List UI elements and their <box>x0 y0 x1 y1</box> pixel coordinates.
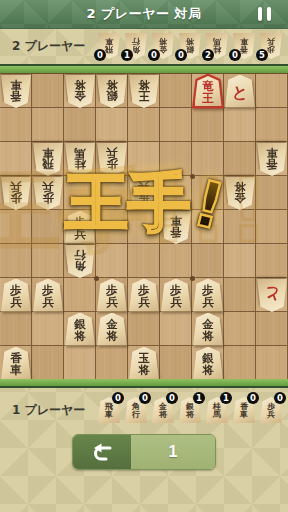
piece-kanji: 角 <box>132 45 140 54</box>
piece-kanji: 車 <box>42 146 54 158</box>
piece-tile: 歩兵 <box>161 279 191 312</box>
piece-tile: 香車 <box>1 75 31 108</box>
piece-kanji: 将 <box>202 365 214 377</box>
piece-kanji: 車 <box>10 78 22 90</box>
board-cell[interactable] <box>96 176 128 210</box>
piece-tile: 玉将 <box>129 347 159 380</box>
player2-hand-tiles: 飛車0角行1金将0銀将0桂馬2香車0歩兵5 <box>98 33 282 59</box>
piece-kanji: 兵 <box>267 37 275 46</box>
board-cell[interactable] <box>128 108 160 142</box>
piece-7a[interactable]: 金将 <box>65 75 95 108</box>
piece-tile: 歩兵 <box>33 177 63 210</box>
piece-3h[interactable]: 金将 <box>193 313 223 346</box>
piece-kanji: 兵 <box>106 297 118 309</box>
piece-tile: 歩兵 <box>1 177 31 210</box>
piece-kanji: 将 <box>74 331 86 343</box>
piece-tile: 金将 <box>225 177 255 210</box>
piece-kanji: 兵 <box>170 297 182 309</box>
piece-kanji: 馬 <box>74 146 86 158</box>
hand-count-badge: 0 <box>175 49 187 61</box>
board-cell[interactable] <box>64 278 96 312</box>
piece-5i[interactable]: 玉将 <box>129 347 159 380</box>
board-cell[interactable] <box>32 346 64 379</box>
board-cell[interactable] <box>192 142 224 176</box>
piece-kanji: 兵 <box>10 297 22 309</box>
piece-kanji: 兵 <box>10 180 22 192</box>
board-frame-top <box>0 64 288 73</box>
undo-icon <box>91 443 113 461</box>
hand-count-badge: 0 <box>247 392 259 404</box>
piece-kanji: 車 <box>240 37 248 46</box>
piece-tile: 歩兵 <box>1 279 31 312</box>
piece-kanji: 将 <box>138 78 150 90</box>
header-bar: 2 プレーヤー 対局 <box>0 0 288 29</box>
piece-tile: 歩兵 <box>129 279 159 312</box>
piece-tile: 香車 <box>161 211 191 244</box>
board-cell[interactable] <box>96 108 128 142</box>
hand-slot-bottom[interactable]: 角行0 <box>125 397 147 423</box>
piece-kanji: 飛 <box>105 45 113 54</box>
hand-slot-top[interactable]: 香車0 <box>233 33 255 59</box>
piece-8g[interactable]: 歩兵 <box>33 279 63 312</box>
piece-tile: 王将 <box>129 75 159 108</box>
board-cell[interactable] <box>224 210 256 244</box>
hand-slot-top[interactable]: 歩兵5 <box>260 33 282 59</box>
board-cell[interactable] <box>192 244 224 278</box>
hand-slot-bottom[interactable]: 香車0 <box>233 397 255 423</box>
hand-count-badge: 0 <box>166 392 178 404</box>
piece-tile: と <box>257 279 287 312</box>
piece-kanji: 兵 <box>42 297 54 309</box>
piece-5d[interactable]: 歩兵 <box>129 177 159 210</box>
player1-hand-tiles: 飛車0角行0金将0銀将1桂馬1香車0歩兵0 <box>98 397 282 423</box>
piece-9g[interactable]: 歩兵 <box>1 279 31 312</box>
piece-kanji: 将 <box>186 37 194 46</box>
board-cell[interactable] <box>128 244 160 278</box>
board-cell[interactable] <box>0 142 32 176</box>
piece-kanji: 車 <box>266 146 278 158</box>
piece-tile: と <box>225 75 255 108</box>
hand-slot-top[interactable]: 桂馬2 <box>206 33 228 59</box>
piece-kanji: 車 <box>240 411 248 420</box>
piece-6h[interactable]: 金将 <box>97 313 127 346</box>
piece-kanji: 車 <box>170 214 182 226</box>
piece-kanji: 将 <box>106 78 118 90</box>
board-cell[interactable] <box>160 108 192 142</box>
piece-kanji: と <box>232 85 248 101</box>
board-cell[interactable] <box>64 108 96 142</box>
piece-kanji: 将 <box>159 411 167 420</box>
piece-kanji: 将 <box>138 365 150 377</box>
board-cell[interactable] <box>32 210 64 244</box>
piece-5g[interactable]: 歩兵 <box>129 279 159 312</box>
piece-kanji: 行 <box>132 411 140 420</box>
piece-kanji: 兵 <box>106 146 118 158</box>
piece-kanji: 車 <box>105 411 113 420</box>
board-cell[interactable] <box>160 346 192 379</box>
piece-kanji: 将 <box>202 331 214 343</box>
hand-count-badge: 0 <box>229 49 241 61</box>
board-cell[interactable] <box>32 74 64 108</box>
piece-7h[interactable]: 銀将 <box>65 313 95 346</box>
hand-slot-top[interactable]: 角行1 <box>125 33 147 59</box>
piece-kanji: 歩 <box>267 45 275 54</box>
piece-3g[interactable]: 歩兵 <box>193 279 223 312</box>
hoshi-dot <box>190 174 195 179</box>
hand-slot-bottom[interactable]: 金将0 <box>152 397 174 423</box>
piece-1c[interactable]: 香車 <box>257 143 287 176</box>
board-cell[interactable] <box>64 176 96 210</box>
piece-7e[interactable]: 歩兵 <box>65 211 95 244</box>
piece-kanji: 将 <box>159 37 167 46</box>
piece-tile: 歩兵 <box>193 279 223 312</box>
piece-kanji: 馬 <box>213 411 221 420</box>
pause-button[interactable] <box>252 5 276 23</box>
board-cell[interactable] <box>128 312 160 346</box>
undo-count: 1 <box>131 435 215 469</box>
app-screen: 2 プレーヤー 対局 2 プレーヤー 飛車0角行1金将0銀将0桂馬2香車0歩兵5… <box>0 0 288 512</box>
piece-4g[interactable]: 歩兵 <box>161 279 191 312</box>
piece-kanji: 馬 <box>213 37 221 46</box>
piece-kanji: 銀 <box>186 45 194 54</box>
hand-count-badge: 0 <box>274 392 286 404</box>
board-cell[interactable] <box>0 312 32 346</box>
piece-tile: 銀将 <box>65 313 95 346</box>
undo-button[interactable]: 1 <box>72 434 216 470</box>
piece-6a[interactable]: 銀将 <box>97 75 127 108</box>
player1-label: 1 プレーヤー <box>12 402 85 419</box>
piece-kanji: 王 <box>202 93 214 105</box>
board-cell[interactable] <box>256 244 288 278</box>
piece-6g[interactable]: 歩兵 <box>97 279 127 312</box>
hand-count-badge: 1 <box>220 392 232 404</box>
piece-kanji: 車 <box>10 365 22 377</box>
board-cell[interactable] <box>160 176 192 210</box>
hand-count-badge: 2 <box>202 49 214 61</box>
board-cell[interactable] <box>224 142 256 176</box>
board-cell[interactable] <box>256 210 288 244</box>
piece-8d[interactable]: 歩兵 <box>33 177 63 210</box>
board-cell[interactable] <box>256 176 288 210</box>
hand-slot-bottom[interactable]: 桂馬1 <box>206 397 228 423</box>
piece-tile: 銀将 <box>193 347 223 380</box>
board-cell[interactable] <box>160 142 192 176</box>
hand-count-badge: 0 <box>94 49 106 61</box>
piece-kanji: 兵 <box>138 180 150 192</box>
piece-kanji: 香 <box>240 45 248 54</box>
piece-kanji: 将 <box>106 331 118 343</box>
piece-2a[interactable]: と <box>225 75 255 108</box>
piece-8c[interactable]: 飛車 <box>33 143 63 176</box>
piece-kanji: 金 <box>159 45 167 54</box>
piece-1g[interactable]: と <box>257 279 287 312</box>
piece-5a[interactable]: 王将 <box>129 75 159 108</box>
hand-count-badge: 5 <box>256 49 268 61</box>
piece-7c[interactable]: 桂馬 <box>65 143 95 176</box>
board-cell[interactable] <box>192 176 224 210</box>
piece-tile: 歩兵 <box>33 279 63 312</box>
piece-tile: 歩兵 <box>65 211 95 244</box>
page-title: 2 プレーヤー 対局 <box>86 5 201 23</box>
board-cell[interactable] <box>96 244 128 278</box>
undo-icon-segment <box>73 435 131 469</box>
board-cell[interactable] <box>224 346 256 379</box>
hand-slot-bottom[interactable]: 銀将1 <box>179 397 201 423</box>
board-frame-bottom <box>0 379 288 388</box>
player1-hand-row: 1 プレーヤー 飛車0角行0金将0銀将1桂馬1香車0歩兵0 <box>0 388 288 432</box>
piece-kanji: 兵 <box>267 411 275 420</box>
piece-tile: 銀将 <box>97 75 127 108</box>
board-cell[interactable] <box>128 210 160 244</box>
piece-tile: 角行 <box>65 245 95 278</box>
piece-kanji: 車 <box>105 37 113 46</box>
board-cell[interactable] <box>256 74 288 108</box>
piece-tile: 歩兵 <box>97 143 127 176</box>
piece-9i[interactable]: 香車 <box>1 347 31 380</box>
shogi-board: 王手!!! 王手! 香車金将銀将王将竜王と飛車桂馬歩兵香車歩兵歩兵歩兵金将歩兵香… <box>0 73 288 379</box>
hand-count-badge: 0 <box>139 392 151 404</box>
board-cell[interactable] <box>224 278 256 312</box>
piece-4e[interactable]: 香車 <box>161 211 191 244</box>
board-cell[interactable] <box>64 346 96 379</box>
board-cell[interactable] <box>192 210 224 244</box>
piece-7f[interactable]: 角行 <box>65 245 95 278</box>
piece-tile: 桂馬 <box>65 143 95 176</box>
board-cell[interactable] <box>256 108 288 142</box>
piece-tile: 金将 <box>97 313 127 346</box>
piece-9d[interactable]: 歩兵 <box>1 177 31 210</box>
piece-kanji: 桂 <box>213 45 221 54</box>
piece-tile: 金将 <box>193 313 223 346</box>
piece-kanji: 将 <box>234 180 246 192</box>
piece-9a[interactable]: 香車 <box>1 75 31 108</box>
piece-tile: 歩兵 <box>129 177 159 210</box>
player2-label: 2 プレーヤー <box>12 38 85 55</box>
board-cell[interactable] <box>256 312 288 346</box>
piece-2d[interactable]: 金将 <box>225 177 255 210</box>
piece-kanji: と <box>264 286 280 302</box>
board-cell[interactable] <box>96 210 128 244</box>
hand-slot-top[interactable]: 飛車0 <box>98 33 120 59</box>
hand-count-badge: 1 <box>121 49 133 61</box>
board-cell[interactable] <box>0 210 32 244</box>
hand-count-badge: 0 <box>112 392 124 404</box>
hand-count-badge: 1 <box>193 392 205 404</box>
piece-kanji: 兵 <box>42 180 54 192</box>
hand-count-badge: 0 <box>148 49 160 61</box>
piece-tile: 竜王 <box>195 76 222 106</box>
hand-slot-bottom[interactable]: 飛車0 <box>98 397 120 423</box>
hand-slot-bottom[interactable]: 歩兵0 <box>260 397 282 423</box>
board-cell[interactable] <box>32 312 64 346</box>
piece-tile: 金将 <box>65 75 95 108</box>
board-cell[interactable] <box>224 108 256 142</box>
player2-hand-row: 2 プレーヤー 飛車0角行1金将0銀将0桂馬2香車0歩兵5 <box>0 28 288 64</box>
piece-kanji: 行 <box>132 37 140 46</box>
board-cell[interactable] <box>32 244 64 278</box>
board-cell[interactable] <box>160 312 192 346</box>
pause-icon <box>267 7 271 21</box>
board-cell[interactable] <box>256 346 288 379</box>
board-cell[interactable] <box>224 244 256 278</box>
piece-3i[interactable]: 銀将 <box>193 347 223 380</box>
piece-3a[interactable]: 竜王 <box>193 75 223 108</box>
hand-slot-top[interactable]: 金将0 <box>152 33 174 59</box>
board-cell[interactable] <box>128 142 160 176</box>
board-cell[interactable] <box>160 74 192 108</box>
piece-tile: 飛車 <box>33 143 63 176</box>
piece-tile: 香車 <box>1 347 31 380</box>
piece-kanji: 兵 <box>202 297 214 309</box>
hand-slot-top[interactable]: 銀将0 <box>179 33 201 59</box>
board-cell[interactable] <box>192 108 224 142</box>
piece-kanji: 兵 <box>74 229 86 241</box>
undo-bar: 1 <box>0 434 288 470</box>
board-cell[interactable] <box>0 108 32 142</box>
board-cell[interactable] <box>96 346 128 379</box>
pause-icon <box>258 7 262 21</box>
piece-tile: 歩兵 <box>97 279 127 312</box>
piece-kanji: 行 <box>74 248 86 260</box>
piece-kanji: 将 <box>186 411 194 420</box>
piece-6c[interactable]: 歩兵 <box>97 143 127 176</box>
board-cell[interactable] <box>0 244 32 278</box>
piece-tile: 香車 <box>257 143 287 176</box>
piece-kanji: 将 <box>74 78 86 90</box>
board-cell[interactable] <box>224 312 256 346</box>
board-cell[interactable] <box>32 108 64 142</box>
piece-kanji: 兵 <box>138 297 150 309</box>
board-cell[interactable] <box>160 244 192 278</box>
